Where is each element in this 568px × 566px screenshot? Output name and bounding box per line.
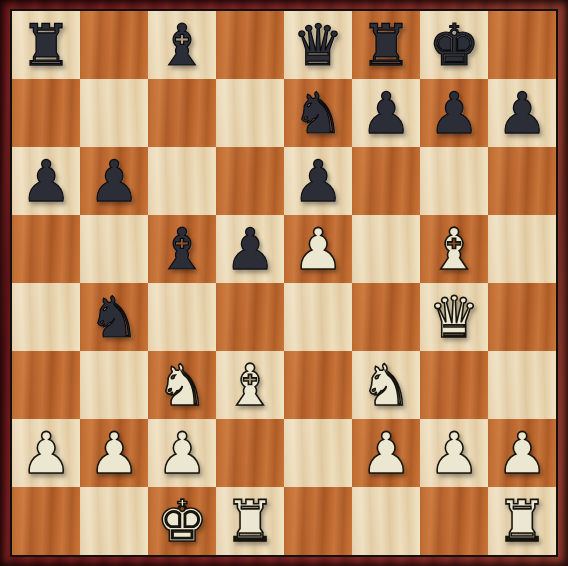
square-b7[interactable] (80, 79, 148, 147)
square-d4[interactable] (216, 283, 284, 351)
square-c7[interactable] (148, 79, 216, 147)
white-rook[interactable]: ♜ (496, 487, 547, 555)
square-a7[interactable] (12, 79, 80, 147)
square-a6[interactable]: ♟ (12, 147, 80, 215)
square-b1[interactable] (80, 487, 148, 555)
white-pawn[interactable]: ♟ (496, 419, 547, 487)
white-queen[interactable]: ♛ (428, 283, 479, 351)
black-pawn[interactable]: ♟ (88, 147, 139, 215)
white-bishop[interactable]: ♝ (428, 215, 479, 283)
square-g5[interactable]: ♝ (420, 215, 488, 283)
black-pawn[interactable]: ♟ (496, 79, 547, 147)
square-g6[interactable] (420, 147, 488, 215)
square-c2[interactable]: ♟ (148, 419, 216, 487)
square-c4[interactable] (148, 283, 216, 351)
square-f8[interactable]: ♜ (352, 11, 420, 79)
square-e5[interactable]: ♟ (284, 215, 352, 283)
square-a4[interactable] (12, 283, 80, 351)
square-g4[interactable]: ♛ (420, 283, 488, 351)
square-e6[interactable]: ♟ (284, 147, 352, 215)
square-e2[interactable] (284, 419, 352, 487)
square-d7[interactable] (216, 79, 284, 147)
black-rook[interactable]: ♜ (20, 11, 71, 79)
black-pawn[interactable]: ♟ (224, 215, 275, 283)
square-d1[interactable]: ♜ (216, 487, 284, 555)
black-pawn[interactable]: ♟ (360, 79, 411, 147)
square-d8[interactable] (216, 11, 284, 79)
square-c1[interactable]: ♚ (148, 487, 216, 555)
white-pawn[interactable]: ♟ (88, 419, 139, 487)
black-knight[interactable]: ♞ (292, 79, 343, 147)
square-h7[interactable]: ♟ (488, 79, 556, 147)
square-a2[interactable]: ♟ (12, 419, 80, 487)
square-f5[interactable] (352, 215, 420, 283)
square-a3[interactable] (12, 351, 80, 419)
chess-board: ♜♝♛♜♚♞♟♟♟♟♟♟♝♟♟♝♞♛♞♝♞♟♟♟♟♟♟♚♜♜ (10, 9, 558, 557)
square-g3[interactable] (420, 351, 488, 419)
white-rook[interactable]: ♜ (224, 487, 275, 555)
white-pawn[interactable]: ♟ (20, 419, 71, 487)
square-g2[interactable]: ♟ (420, 419, 488, 487)
square-d3[interactable]: ♝ (216, 351, 284, 419)
board-frame: ♜♝♛♜♚♞♟♟♟♟♟♟♝♟♟♝♞♛♞♝♞♟♟♟♟♟♟♚♜♜ (0, 0, 568, 566)
square-c8[interactable]: ♝ (148, 11, 216, 79)
square-d6[interactable] (216, 147, 284, 215)
square-b8[interactable] (80, 11, 148, 79)
square-b6[interactable]: ♟ (80, 147, 148, 215)
square-c5[interactable]: ♝ (148, 215, 216, 283)
square-d5[interactable]: ♟ (216, 215, 284, 283)
square-b5[interactable] (80, 215, 148, 283)
square-g7[interactable]: ♟ (420, 79, 488, 147)
square-h2[interactable]: ♟ (488, 419, 556, 487)
square-h1[interactable]: ♜ (488, 487, 556, 555)
square-g1[interactable] (420, 487, 488, 555)
square-c6[interactable] (148, 147, 216, 215)
square-h8[interactable] (488, 11, 556, 79)
square-b3[interactable] (80, 351, 148, 419)
square-b4[interactable]: ♞ (80, 283, 148, 351)
black-knight[interactable]: ♞ (88, 283, 139, 351)
square-h5[interactable] (488, 215, 556, 283)
white-bishop[interactable]: ♝ (224, 351, 275, 419)
black-pawn[interactable]: ♟ (428, 79, 479, 147)
white-pawn[interactable]: ♟ (360, 419, 411, 487)
white-knight[interactable]: ♞ (360, 351, 411, 419)
square-f1[interactable] (352, 487, 420, 555)
white-knight[interactable]: ♞ (156, 351, 207, 419)
square-b2[interactable]: ♟ (80, 419, 148, 487)
black-queen[interactable]: ♛ (292, 11, 343, 79)
square-e3[interactable] (284, 351, 352, 419)
square-g8[interactable]: ♚ (420, 11, 488, 79)
black-rook[interactable]: ♜ (360, 11, 411, 79)
square-f2[interactable]: ♟ (352, 419, 420, 487)
square-h4[interactable] (488, 283, 556, 351)
square-a8[interactable]: ♜ (12, 11, 80, 79)
white-pawn[interactable]: ♟ (292, 215, 343, 283)
square-f3[interactable]: ♞ (352, 351, 420, 419)
black-bishop[interactable]: ♝ (156, 215, 207, 283)
square-c3[interactable]: ♞ (148, 351, 216, 419)
square-d2[interactable] (216, 419, 284, 487)
square-a1[interactable] (12, 487, 80, 555)
black-king[interactable]: ♚ (428, 11, 479, 79)
black-pawn[interactable]: ♟ (20, 147, 71, 215)
white-king[interactable]: ♚ (156, 487, 207, 555)
square-h6[interactable] (488, 147, 556, 215)
square-f4[interactable] (352, 283, 420, 351)
black-bishop[interactable]: ♝ (156, 11, 207, 79)
square-f6[interactable] (352, 147, 420, 215)
white-pawn[interactable]: ♟ (428, 419, 479, 487)
white-pawn[interactable]: ♟ (156, 419, 207, 487)
black-pawn[interactable]: ♟ (292, 147, 343, 215)
square-e7[interactable]: ♞ (284, 79, 352, 147)
square-f7[interactable]: ♟ (352, 79, 420, 147)
square-a5[interactable] (12, 215, 80, 283)
square-e8[interactable]: ♛ (284, 11, 352, 79)
square-h3[interactable] (488, 351, 556, 419)
square-e1[interactable] (284, 487, 352, 555)
square-e4[interactable] (284, 283, 352, 351)
